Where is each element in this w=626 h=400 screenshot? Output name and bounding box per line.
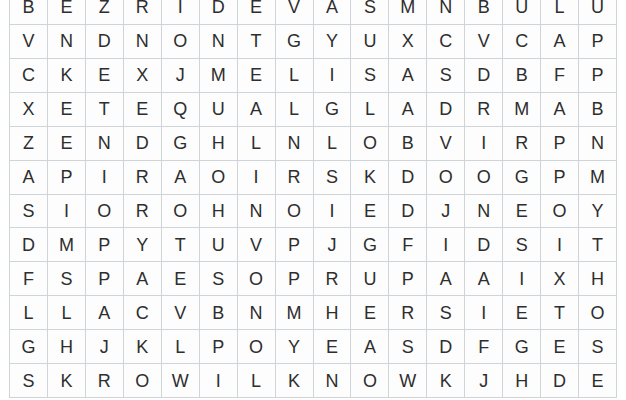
grid-cell[interactable]: O (276, 195, 313, 228)
grid-cell[interactable]: K (427, 364, 464, 397)
grid-cell[interactable]: D (465, 228, 502, 261)
grid-cell[interactable]: N (465, 195, 502, 228)
grid-cell[interactable]: H (200, 195, 237, 228)
grid-cell[interactable]: W (389, 364, 426, 397)
grid-cell[interactable]: D (86, 25, 123, 58)
grid-cell[interactable]: F (389, 228, 426, 261)
grid-cell[interactable]: H (503, 364, 540, 397)
grid-cell[interactable]: I (314, 59, 351, 92)
grid-cell[interactable]: G (10, 330, 47, 363)
grid-cell[interactable]: P (579, 59, 616, 92)
grid-cell[interactable]: J (86, 330, 123, 363)
grid-cell[interactable]: I (238, 161, 275, 194)
grid-cell[interactable]: E (48, 127, 85, 160)
grid-cell[interactable]: C (503, 25, 540, 58)
grid-cell[interactable]: H (579, 262, 616, 295)
grid-cell[interactable]: C (10, 59, 47, 92)
grid-cell[interactable]: N (124, 25, 161, 58)
grid-cell[interactable]: D (465, 59, 502, 92)
grid-cell[interactable]: Z (86, 0, 123, 24)
grid-cell[interactable]: A (541, 25, 578, 58)
grid-cell[interactable]: T (541, 296, 578, 329)
grid-cell[interactable]: V (465, 25, 502, 58)
grid-cell[interactable]: S (10, 195, 47, 228)
grid-cell[interactable]: A (86, 296, 123, 329)
grid-cell[interactable]: N (86, 127, 123, 160)
grid-cell[interactable]: T (162, 228, 199, 261)
grid-cell[interactable]: S (200, 262, 237, 295)
grid-cell[interactable]: E (48, 0, 85, 24)
grid-cell[interactable]: P (86, 228, 123, 261)
grid-cell[interactable]: K (48, 364, 85, 397)
grid-cell[interactable]: U (503, 0, 540, 24)
grid-cell[interactable]: L (351, 93, 388, 126)
grid-cell[interactable]: Y (276, 330, 313, 363)
grid-cell[interactable]: X (541, 262, 578, 295)
grid-cell[interactable]: P (86, 262, 123, 295)
grid-cell[interactable]: B (10, 0, 47, 24)
grid-cell[interactable]: H (314, 296, 351, 329)
grid-cell[interactable]: U (579, 0, 616, 24)
grid-cell[interactable]: E (162, 262, 199, 295)
grid-cell[interactable]: E (351, 195, 388, 228)
grid-cell[interactable]: Z (10, 127, 47, 160)
grid-cell[interactable]: O (238, 330, 275, 363)
grid-cell[interactable]: J (314, 228, 351, 261)
grid-cell[interactable]: S (351, 59, 388, 92)
grid-cell[interactable]: Y (579, 195, 616, 228)
grid-cell[interactable]: I (162, 0, 199, 24)
grid-cell[interactable]: G (503, 161, 540, 194)
grid-cell[interactable]: V (276, 0, 313, 24)
grid-cell[interactable]: C (427, 25, 464, 58)
grid-cell[interactable]: E (124, 93, 161, 126)
grid-cell[interactable]: N (579, 127, 616, 160)
grid-cell[interactable]: L (238, 364, 275, 397)
grid-cell[interactable]: G (314, 93, 351, 126)
grid-cell[interactable]: L (162, 330, 199, 363)
grid-cell[interactable]: O (124, 364, 161, 397)
grid-cell[interactable]: L (48, 296, 85, 329)
grid-cell[interactable]: A (10, 161, 47, 194)
grid-cell[interactable]: D (427, 93, 464, 126)
grid-cell[interactable]: N (200, 25, 237, 58)
grid-cell[interactable]: E (351, 296, 388, 329)
grid-cell[interactable]: P (276, 262, 313, 295)
grid-cell[interactable]: E (314, 330, 351, 363)
grid-cell[interactable]: A (389, 93, 426, 126)
grid-cell[interactable]: Y (314, 25, 351, 58)
grid-cell[interactable]: O (579, 296, 616, 329)
grid-cell[interactable]: X (124, 59, 161, 92)
grid-cell[interactable]: O (162, 25, 199, 58)
grid-cell[interactable]: C (124, 296, 161, 329)
grid-cell[interactable]: E (579, 364, 616, 397)
grid-cell[interactable]: J (427, 195, 464, 228)
grid-cell[interactable]: A (541, 93, 578, 126)
grid-cell[interactable]: M (200, 59, 237, 92)
grid-cell[interactable]: U (200, 228, 237, 261)
grid-cell[interactable]: U (351, 262, 388, 295)
grid-cell[interactable]: R (86, 364, 123, 397)
grid-cell[interactable]: E (238, 0, 275, 24)
grid-cell[interactable]: J (162, 59, 199, 92)
grid-cell[interactable]: I (465, 127, 502, 160)
grid-cell[interactable]: A (162, 161, 199, 194)
grid-cell[interactable]: D (200, 0, 237, 24)
grid-cell[interactable]: P (541, 127, 578, 160)
grid-cell[interactable]: E (86, 59, 123, 92)
grid-cell[interactable]: E (503, 195, 540, 228)
grid-cell[interactable]: N (238, 195, 275, 228)
grid-cell[interactable]: F (10, 262, 47, 295)
grid-cell[interactable]: P (389, 262, 426, 295)
grid-cell[interactable]: K (351, 161, 388, 194)
grid-cell[interactable]: N (48, 25, 85, 58)
grid-cell[interactable]: V (162, 296, 199, 329)
grid-cell[interactable]: E (503, 296, 540, 329)
grid-cell[interactable]: A (238, 93, 275, 126)
grid-cell[interactable]: L (314, 127, 351, 160)
grid-cell[interactable]: O (238, 262, 275, 295)
grid-cell[interactable]: N (314, 364, 351, 397)
grid-cell[interactable]: D (389, 195, 426, 228)
grid-cell[interactable]: D (389, 161, 426, 194)
grid-cell[interactable]: V (238, 228, 275, 261)
grid-cell[interactable]: O (427, 161, 464, 194)
grid-cell[interactable]: N (238, 296, 275, 329)
grid-cell[interactable]: A (427, 262, 464, 295)
grid-cell[interactable]: O (351, 364, 388, 397)
grid-cell[interactable]: K (276, 364, 313, 397)
grid-cell[interactable]: I (48, 195, 85, 228)
grid-cell[interactable]: B (389, 127, 426, 160)
grid-cell[interactable]: M (503, 93, 540, 126)
grid-cell[interactable]: S (351, 0, 388, 24)
grid-cell[interactable]: S (427, 59, 464, 92)
grid-cell[interactable]: T (579, 228, 616, 261)
grid-cell[interactable]: P (48, 161, 85, 194)
grid-cell[interactable]: R (124, 195, 161, 228)
grid-cell[interactable]: R (276, 161, 313, 194)
grid-cell[interactable]: S (427, 296, 464, 329)
grid-cell[interactable]: R (503, 127, 540, 160)
grid-cell[interactable]: O (541, 195, 578, 228)
grid-cell[interactable]: B (579, 93, 616, 126)
grid-cell[interactable]: N (427, 0, 464, 24)
grid-cell[interactable]: L (541, 0, 578, 24)
grid-cell[interactable]: I (427, 228, 464, 261)
grid-cell[interactable]: A (314, 0, 351, 24)
grid-cell[interactable]: L (276, 59, 313, 92)
grid-cell[interactable]: P (541, 161, 578, 194)
grid-cell[interactable]: S (48, 262, 85, 295)
grid-cell[interactable]: P (579, 25, 616, 58)
grid-cell[interactable]: S (579, 330, 616, 363)
grid-cell[interactable]: I (86, 161, 123, 194)
grid-cell[interactable]: G (276, 25, 313, 58)
grid-cell[interactable]: W (162, 364, 199, 397)
grid-cell[interactable]: R (124, 161, 161, 194)
grid-cell[interactable]: A (389, 59, 426, 92)
grid-cell[interactable]: B (503, 59, 540, 92)
grid-cell[interactable]: I (541, 228, 578, 261)
grid-cell[interactable]: A (465, 262, 502, 295)
grid-cell[interactable]: G (351, 228, 388, 261)
grid-cell[interactable]: S (503, 228, 540, 261)
grid-cell[interactable]: S (10, 364, 47, 397)
grid-cell[interactable]: M (389, 0, 426, 24)
grid-cell[interactable]: O (86, 195, 123, 228)
grid-cell[interactable]: I (465, 296, 502, 329)
grid-cell[interactable]: H (200, 127, 237, 160)
grid-cell[interactable]: X (389, 25, 426, 58)
grid-cell[interactable]: L (10, 296, 47, 329)
grid-cell[interactable]: A (124, 262, 161, 295)
grid-cell[interactable]: T (238, 25, 275, 58)
grid-cell[interactable]: O (200, 161, 237, 194)
grid-cell[interactable]: S (314, 161, 351, 194)
grid-cell[interactable]: M (579, 161, 616, 194)
grid-cell[interactable]: N (276, 127, 313, 160)
grid-cell[interactable]: R (389, 296, 426, 329)
grid-cell[interactable]: E (541, 330, 578, 363)
grid-cell[interactable]: M (48, 228, 85, 261)
grid-cell[interactable]: B (200, 296, 237, 329)
grid-cell[interactable]: L (276, 93, 313, 126)
grid-cell[interactable]: D (541, 364, 578, 397)
word-search-grid: BEZRIDEVASMNBULUVNDNONTGYUXCVCAPCKEXJMEL… (9, 0, 617, 398)
grid-cell[interactable]: O (465, 161, 502, 194)
grid-cell[interactable]: Q (162, 93, 199, 126)
grid-cell[interactable]: R (314, 262, 351, 295)
grid-cell[interactable]: G (503, 330, 540, 363)
grid-cell[interactable]: D (124, 127, 161, 160)
grid-cell[interactable]: J (465, 364, 502, 397)
grid-cell[interactable]: O (351, 127, 388, 160)
grid-cell[interactable]: O (162, 195, 199, 228)
grid-cell[interactable]: I (503, 262, 540, 295)
grid-cell[interactable]: F (465, 330, 502, 363)
grid-cell[interactable]: E (238, 59, 275, 92)
grid-cell[interactable]: L (238, 127, 275, 160)
grid-cell[interactable]: E (48, 93, 85, 126)
grid-cell[interactable]: M (276, 296, 313, 329)
grid-cell[interactable]: H (48, 330, 85, 363)
grid-cell[interactable]: I (200, 364, 237, 397)
grid-cell[interactable]: P (200, 330, 237, 363)
grid-cell[interactable]: U (200, 93, 237, 126)
grid-cell[interactable]: D (10, 228, 47, 261)
grid-cell[interactable]: A (351, 330, 388, 363)
grid-cell[interactable]: K (124, 330, 161, 363)
grid-cell[interactable]: V (10, 25, 47, 58)
grid-cell[interactable]: P (276, 228, 313, 261)
grid-cell[interactable]: D (427, 330, 464, 363)
grid-cell[interactable]: Y (124, 228, 161, 261)
grid-cell[interactable]: K (48, 59, 85, 92)
grid-cell[interactable]: X (10, 93, 47, 126)
grid-cell[interactable]: T (86, 93, 123, 126)
grid-cell[interactable]: G (162, 127, 199, 160)
grid-cell[interactable]: R (124, 0, 161, 24)
grid-cell[interactable]: V (427, 127, 464, 160)
grid-cell[interactable]: B (465, 0, 502, 24)
grid-cell[interactable]: F (541, 59, 578, 92)
grid-cell[interactable]: R (465, 93, 502, 126)
grid-cell[interactable]: S (389, 330, 426, 363)
grid-cell[interactable]: U (351, 25, 388, 58)
grid-cell[interactable]: I (314, 195, 351, 228)
